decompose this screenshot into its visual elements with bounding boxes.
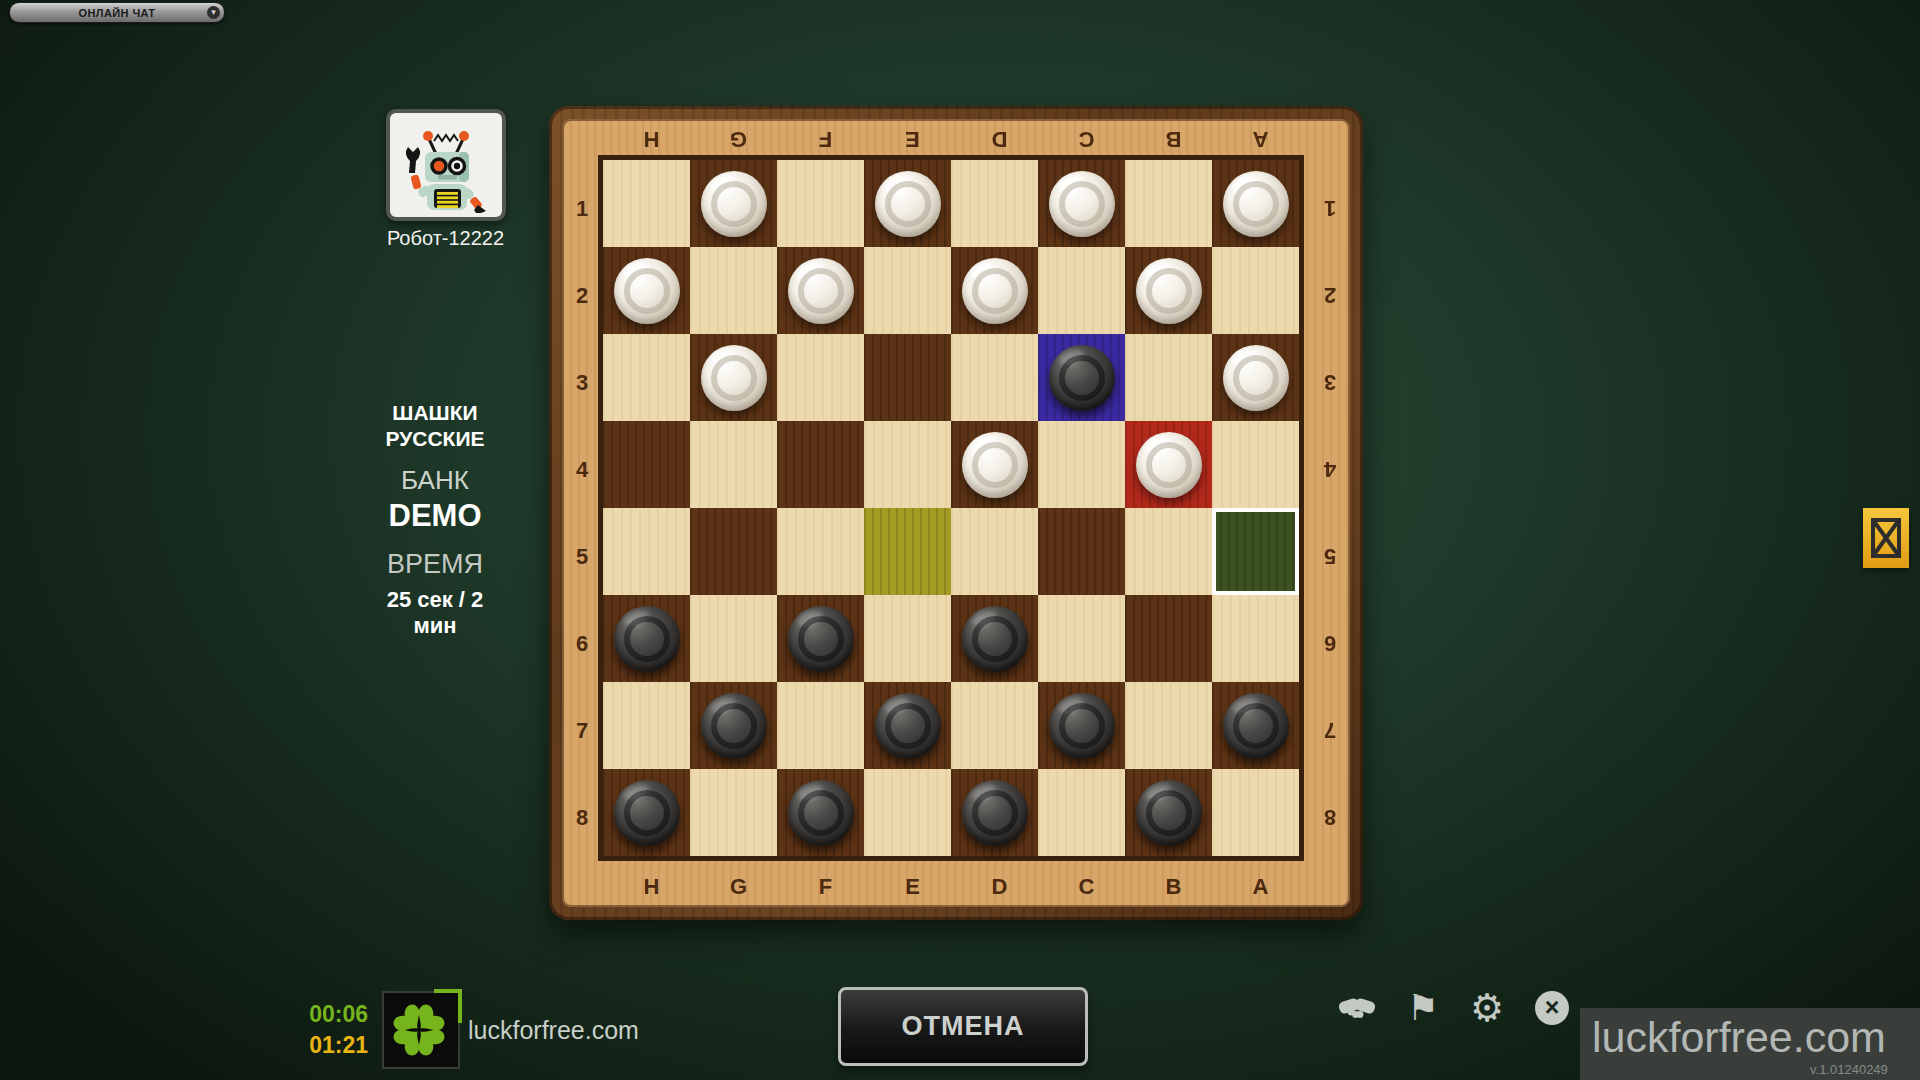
file-labels-bottom: HGFEDCBA <box>608 868 1304 906</box>
black-piece-a7[interactable] <box>1223 693 1289 759</box>
square-b5[interactable] <box>1125 508 1212 595</box>
square-f8[interactable] <box>777 769 864 856</box>
square-e8[interactable] <box>864 769 951 856</box>
black-piece-d8[interactable] <box>962 780 1028 846</box>
square-g3[interactable] <box>690 334 777 421</box>
board-coordinate: B <box>1130 120 1217 158</box>
square-a3[interactable] <box>1212 334 1299 421</box>
square-g1[interactable] <box>690 160 777 247</box>
square-a5[interactable] <box>1212 508 1299 595</box>
square-c2[interactable] <box>1038 247 1125 334</box>
square-d1[interactable] <box>951 160 1038 247</box>
square-f5[interactable] <box>777 508 864 595</box>
square-h8[interactable] <box>603 769 690 856</box>
board-coordinate: 3 <box>563 339 601 426</box>
board-coordinate: 4 <box>563 426 601 513</box>
white-piece-g1[interactable] <box>701 171 767 237</box>
robot-icon <box>396 117 496 213</box>
black-piece-d6[interactable] <box>962 606 1028 672</box>
square-a4[interactable] <box>1212 421 1299 508</box>
board-cells <box>598 155 1304 861</box>
board-coordinate: C <box>1043 868 1130 906</box>
game-info-panel: ШАШКИ РУССКИЕ БАНК DEMO ВРЕМЯ 25 сек / 2… <box>350 400 520 639</box>
opponent-avatar <box>386 109 506 221</box>
board-coordinate: G <box>695 868 782 906</box>
bank-label: БАНК <box>350 465 520 496</box>
square-g5[interactable] <box>690 508 777 595</box>
square-a8[interactable] <box>1212 769 1299 856</box>
square-g7[interactable] <box>690 682 777 769</box>
board-coordinate: F <box>782 120 869 158</box>
square-f7[interactable] <box>777 682 864 769</box>
clocks: 00:06 01:21 <box>298 999 368 1061</box>
game-screen: ОНЛАЙН ЧАТ ▾ <box>0 0 1920 1080</box>
square-d5[interactable] <box>951 508 1038 595</box>
square-c3[interactable] <box>1038 334 1125 421</box>
board-coordinate: F <box>782 868 869 906</box>
site-name: luckforfree.com <box>468 1016 639 1045</box>
square-c7[interactable] <box>1038 682 1125 769</box>
square-e2[interactable] <box>864 247 951 334</box>
white-piece-d2[interactable] <box>962 258 1028 324</box>
board-coordinate: 5 <box>563 513 601 600</box>
square-g8[interactable] <box>690 769 777 856</box>
square-b3[interactable] <box>1125 334 1212 421</box>
square-b8[interactable] <box>1125 769 1212 856</box>
square-h6[interactable] <box>603 595 690 682</box>
square-f6[interactable] <box>777 595 864 682</box>
board-coordinate: 7 <box>1311 687 1349 774</box>
square-h1[interactable] <box>603 160 690 247</box>
square-d8[interactable] <box>951 769 1038 856</box>
black-piece-g7[interactable] <box>701 693 767 759</box>
board-coordinate-band: HGFEDCBA HGFEDCBA 12345678 12345678 <box>562 119 1350 907</box>
board-coordinate: 8 <box>1311 774 1349 861</box>
square-c5[interactable] <box>1038 508 1125 595</box>
white-piece-e1[interactable] <box>875 171 941 237</box>
watermark-site: luckforfree.com <box>1592 1013 1886 1062</box>
white-piece-a1[interactable] <box>1223 171 1289 237</box>
move-timer: 00:06 <box>298 999 368 1030</box>
square-e6[interactable] <box>864 595 951 682</box>
square-c1[interactable] <box>1038 160 1125 247</box>
board-coordinate: E <box>869 868 956 906</box>
game-timer: 01:21 <box>298 1030 368 1061</box>
online-chat-label: ОНЛАЙН ЧАТ <box>79 7 156 19</box>
square-g6[interactable] <box>690 595 777 682</box>
black-piece-e7[interactable] <box>875 693 941 759</box>
board-coordinate: E <box>869 120 956 158</box>
black-piece-h6[interactable] <box>614 606 680 672</box>
board-coordinate: C <box>1043 120 1130 158</box>
square-a7[interactable] <box>1212 682 1299 769</box>
board-coordinate: 6 <box>1311 600 1349 687</box>
mail-tab-icon[interactable] <box>1863 508 1909 568</box>
game-type-line2: РУССКИЕ <box>350 426 520 452</box>
square-a2[interactable] <box>1212 247 1299 334</box>
time-label: ВРЕМЯ <box>350 549 520 580</box>
board-coordinate: 4 <box>1311 426 1349 513</box>
square-f4[interactable] <box>777 421 864 508</box>
square-b2[interactable] <box>1125 247 1212 334</box>
square-g4[interactable] <box>690 421 777 508</box>
board-coordinate: A <box>1217 120 1304 158</box>
checkers-board: HGFEDCBA HGFEDCBA 12345678 12345678 <box>549 106 1363 920</box>
file-labels-top: HGFEDCBA <box>608 120 1304 158</box>
white-piece-g3[interactable] <box>701 345 767 411</box>
square-e1[interactable] <box>864 160 951 247</box>
online-chat-dropdown[interactable]: ОНЛАЙН ЧАТ ▾ <box>9 2 225 23</box>
square-d3[interactable] <box>951 334 1038 421</box>
square-f1[interactable] <box>777 160 864 247</box>
clover-logo <box>382 991 460 1069</box>
square-a1[interactable] <box>1212 160 1299 247</box>
cancel-button[interactable]: ОТМЕНА <box>838 987 1088 1066</box>
board-coordinate: 7 <box>563 687 601 774</box>
square-d2[interactable] <box>951 247 1038 334</box>
white-piece-c1[interactable] <box>1049 171 1115 237</box>
square-c8[interactable] <box>1038 769 1125 856</box>
handshake-icon[interactable] <box>1336 988 1378 1028</box>
square-b4[interactable] <box>1125 421 1212 508</box>
square-f3[interactable] <box>777 334 864 421</box>
black-piece-f8[interactable] <box>788 780 854 846</box>
board-coordinate: 1 <box>1311 165 1349 252</box>
chevron-down-icon[interactable]: ▾ <box>207 6 220 19</box>
white-piece-b4[interactable] <box>1136 432 1202 498</box>
close-icon[interactable]: × <box>1531 988 1573 1028</box>
square-c4[interactable] <box>1038 421 1125 508</box>
board-coordinate: H <box>608 868 695 906</box>
square-h5[interactable] <box>603 508 690 595</box>
square-e3[interactable] <box>864 334 951 421</box>
square-b6[interactable] <box>1125 595 1212 682</box>
square-b7[interactable] <box>1125 682 1212 769</box>
square-f2[interactable] <box>777 247 864 334</box>
square-b1[interactable] <box>1125 160 1212 247</box>
time-control-value: 25 сек / 2 мин <box>350 587 520 639</box>
board-coordinate: D <box>956 868 1043 906</box>
bank-value: DEMO <box>350 498 520 534</box>
white-piece-d4[interactable] <box>962 432 1028 498</box>
square-a6[interactable] <box>1212 595 1299 682</box>
board-coordinate: 5 <box>1311 513 1349 600</box>
board-coordinate: 1 <box>563 165 601 252</box>
square-d4[interactable] <box>951 421 1038 508</box>
square-c6[interactable] <box>1038 595 1125 682</box>
square-d6[interactable] <box>951 595 1038 682</box>
opponent-name: Робот-12222 <box>363 227 528 250</box>
board-coordinate: B <box>1130 868 1217 906</box>
black-piece-f6[interactable] <box>788 606 854 672</box>
black-piece-c7[interactable] <box>1049 693 1115 759</box>
watermark-version: v.1.01240249 <box>1810 1062 1888 1077</box>
square-h7[interactable] <box>603 682 690 769</box>
square-e4[interactable] <box>864 421 951 508</box>
board-coordinate: A <box>1217 868 1304 906</box>
rank-labels-right: 12345678 <box>1311 165 1349 861</box>
white-piece-h2[interactable] <box>614 258 680 324</box>
white-piece-f2[interactable] <box>788 258 854 324</box>
square-h4[interactable] <box>603 421 690 508</box>
watermark-panel: luckforfree.com v.1.01240249 <box>1580 1008 1920 1080</box>
black-piece-c3[interactable] <box>1049 345 1115 411</box>
board-coordinate: 2 <box>563 252 601 339</box>
gear-icon[interactable]: ⚙ <box>1466 988 1508 1028</box>
white-piece-a3[interactable] <box>1223 345 1289 411</box>
clover-icon <box>384 993 454 1063</box>
board-coordinate: D <box>956 120 1043 158</box>
square-e7[interactable] <box>864 682 951 769</box>
board-coordinate: G <box>695 120 782 158</box>
white-piece-b2[interactable] <box>1136 258 1202 324</box>
board-coordinate: 6 <box>563 600 601 687</box>
square-g2[interactable] <box>690 247 777 334</box>
square-h2[interactable] <box>603 247 690 334</box>
board-coordinate: 2 <box>1311 252 1349 339</box>
board-coordinate: H <box>608 120 695 158</box>
rank-labels-left: 12345678 <box>563 165 601 861</box>
board-coordinate: 8 <box>563 774 601 861</box>
square-h3[interactable] <box>603 334 690 421</box>
flag-icon[interactable]: ⚑ <box>1402 988 1444 1028</box>
black-piece-b8[interactable] <box>1136 780 1202 846</box>
board-coordinate: 3 <box>1311 339 1349 426</box>
black-piece-h8[interactable] <box>614 780 680 846</box>
game-type-line1: ШАШКИ <box>350 400 520 426</box>
square-d7[interactable] <box>951 682 1038 769</box>
square-e5[interactable] <box>864 508 951 595</box>
